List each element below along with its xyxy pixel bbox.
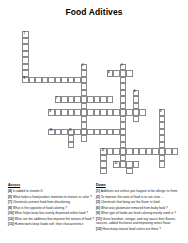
clue-number: 7 [56,97,57,100]
clue-number: 3 [121,64,122,67]
crossword-cell[interactable] [133,116,140,123]
clue-number: 8 [49,110,50,113]
clue-number: 1 [23,32,24,35]
crossword-grid: 12345678910111213 [22,31,178,174]
crossword-cell[interactable] [107,96,114,103]
clue-item: [1] Additives are unless you happen to b… [96,189,185,194]
clue-item: [6] What was glutamate removed from baby… [96,206,185,211]
crossword-cell[interactable] [172,148,179,155]
clue-number: 10 [49,129,52,132]
clue-item: [12] What are the additives that improve… [8,217,95,222]
across-clue-list: [4] Is added to vitamin D[5] What helps … [8,189,95,226]
clue-number: 6 [134,90,135,93]
crossword-cell[interactable] [133,161,140,168]
crossword-cell[interactable] [139,109,146,116]
clue-number: 4 [108,71,109,74]
across-header: Across [8,183,95,188]
clue-item: [4] Is added to vitamin D [8,189,95,194]
clue-item: [3] Chemicals that bring out the flavor … [96,200,185,205]
clue-number: 5 [23,77,24,80]
clue-item: [10] What helps keep fats evenly dispers… [8,211,95,216]
clue-item: [9] What type of foods are food coloring… [96,211,185,216]
crossword-cell[interactable] [126,168,133,175]
down-clues: Down [1] Additives are unless you happen… [96,183,185,232]
crossword-cell[interactable] [68,142,75,149]
crossword-cell[interactable] [81,135,88,142]
down-clue-list: [1] Additives are unless you happen to b… [96,189,185,231]
clue-number: 2 [82,64,83,67]
clue-item: [2] To improve the taste of food is to u… [96,195,185,200]
across-clues: Across [4] Is added to vitamin D[5] What… [8,183,95,227]
clue-item: [11] Gives bourbon, vinegar, and soy sau… [96,217,185,226]
down-header: Down [96,183,185,188]
clue-number: 12 [101,149,104,152]
page-title: Food Aditives [0,7,188,17]
clue-number: 13 [114,162,117,165]
clue-number: 9 [160,110,161,113]
clue-item: [12] How many natural food colors are th… [96,227,185,232]
clue-item: [13] Humectants keep foods soft, their c… [8,222,95,227]
crossword-page: Food Aditives 12345678910111213 Across [… [0,0,188,243]
clue-item: [5] What helps a food product maintain i… [8,195,95,200]
clue-number: 11 [69,129,72,132]
clue-item: [7] Chemicals prevent food from discolor… [8,200,95,205]
crossword-cell[interactable] [100,168,107,175]
crossword-cell[interactable] [159,161,166,168]
crossword-cell[interactable] [126,70,133,77]
clue-item: [8] What is the opposite of food colorin… [8,206,95,211]
